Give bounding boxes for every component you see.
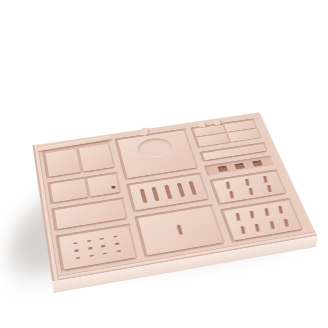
ring-slit — [249, 189, 253, 196]
watch-pad-row — [45, 144, 113, 177]
ring-notch — [252, 160, 263, 166]
stud-mark — [76, 257, 81, 260]
small-pad-right — [87, 174, 119, 196]
compartment-earring-stud-pad — [55, 223, 139, 272]
compartment-single-slot — [134, 204, 227, 259]
bracelet-slot — [164, 185, 172, 200]
column-right — [190, 118, 305, 243]
stud-mark — [101, 245, 106, 248]
bracelet-slot-row — [129, 175, 207, 211]
compartment-slit-pad-large — [220, 198, 306, 243]
ring-notch — [217, 166, 227, 172]
ring-slit — [241, 226, 245, 234]
stud-mark — [89, 255, 94, 258]
drilled-hole — [111, 185, 116, 188]
stud-mark — [88, 247, 93, 250]
stud-mark — [73, 242, 78, 245]
ring-slit — [284, 219, 288, 227]
slit-grid-large — [224, 201, 302, 241]
compartment-plain-pad — [51, 197, 130, 232]
bracelet-slot-pad — [129, 175, 207, 211]
ring-slit — [255, 224, 259, 232]
hook-tab-1 — [198, 122, 206, 127]
single-slot-pad — [138, 206, 223, 255]
ring-slit-pad-large — [224, 201, 302, 241]
ring-slit — [236, 213, 240, 221]
ring-slit — [265, 209, 269, 216]
watch-pad-left — [45, 149, 80, 177]
watch-pad-right — [78, 144, 113, 171]
perspective-stage — [0, 0, 328, 328]
jewelry-tray — [33, 112, 318, 282]
stud-mark — [103, 252, 108, 255]
bracelet-slot — [176, 183, 184, 198]
tray-top-surface — [33, 112, 318, 282]
plain-pad — [55, 199, 127, 229]
stud-grid — [59, 226, 136, 270]
slit-grid-small — [213, 172, 285, 204]
stud-mark — [75, 249, 80, 252]
ring-slit — [270, 221, 274, 229]
pendant-pad — [118, 130, 197, 178]
small-pad-left — [50, 179, 88, 202]
ring-slit — [245, 179, 249, 186]
stud-mark — [87, 240, 92, 243]
product-photo-scene — [0, 0, 328, 328]
ring-slit-pad-small — [213, 172, 285, 204]
ring-slit — [267, 186, 271, 193]
ring-slit — [250, 211, 254, 219]
stud-mark — [100, 237, 105, 240]
ring-notch — [235, 163, 246, 169]
ring-slit — [279, 206, 283, 213]
bracelet-slot — [189, 181, 198, 196]
compartment-pendant-pad — [114, 128, 200, 180]
earring-stud-pad — [59, 226, 136, 270]
ring-slit — [230, 192, 234, 199]
stud-mark — [115, 243, 120, 246]
ring-slit — [226, 182, 230, 189]
bracelet-slot — [139, 189, 147, 204]
circular-pendant-recess — [135, 136, 174, 159]
single-slot — [177, 225, 183, 235]
stud-mark — [113, 235, 118, 238]
stud-mark — [116, 250, 121, 253]
back-peg — [140, 127, 149, 135]
ring-slit — [263, 176, 267, 183]
compartment-slit-pad-small — [209, 169, 289, 206]
hook-tab-2 — [213, 120, 221, 125]
bracelet-slot — [152, 187, 160, 202]
